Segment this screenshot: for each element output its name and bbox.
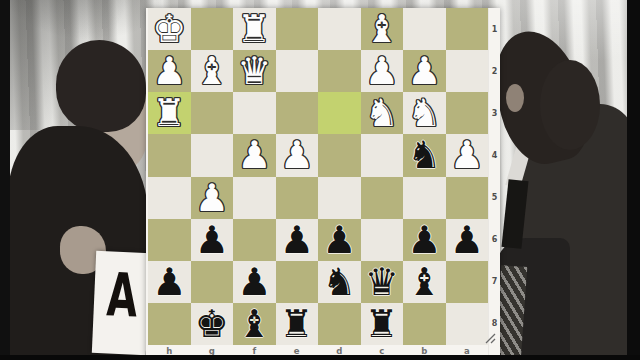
rank-label-2: 2: [489, 50, 500, 92]
piece-white-bishop[interactable]: ♝: [195, 52, 229, 90]
nameplate-letter: A: [104, 271, 137, 354]
piece-white-bishop[interactable]: ♝: [365, 10, 399, 48]
square-f6[interactable]: [233, 219, 276, 261]
square-e1[interactable]: [276, 8, 319, 50]
square-a2[interactable]: [446, 50, 489, 92]
letterbox-bottom: [0, 355, 640, 360]
chess-board-widget: ♚♜♝♟♝♛♟♟♜♞♞♟♟♞♟♟♟♟♟♟♟♟♟♞♛♝♚♝♜♜ 12345678 …: [146, 8, 500, 356]
piece-black-knight[interactable]: ♞: [407, 136, 441, 174]
piece-white-pawn[interactable]: ♟: [365, 52, 399, 90]
square-f1[interactable]: ♜: [233, 8, 276, 50]
square-e3[interactable]: [276, 92, 319, 134]
piece-black-queen[interactable]: ♛: [365, 263, 399, 301]
piece-white-knight[interactable]: ♞: [365, 94, 399, 132]
piece-black-knight[interactable]: ♞: [322, 263, 356, 301]
square-c6[interactable]: [361, 219, 404, 261]
square-e5[interactable]: [276, 177, 319, 219]
letterbox-left: [0, 0, 10, 360]
rank-label-6: 6: [489, 219, 500, 261]
rank-label-4: 4: [489, 134, 500, 176]
square-a3[interactable]: [446, 92, 489, 134]
square-c3[interactable]: ♞: [361, 92, 404, 134]
square-f4[interactable]: ♟: [233, 134, 276, 176]
square-d3[interactable]: [318, 92, 361, 134]
square-a4[interactable]: ♟: [446, 134, 489, 176]
square-h4[interactable]: [148, 134, 191, 176]
square-g3[interactable]: [191, 92, 234, 134]
square-h6[interactable]: [148, 219, 191, 261]
piece-black-pawn[interactable]: ♟: [237, 263, 271, 301]
square-e6[interactable]: ♟: [276, 219, 319, 261]
square-d7[interactable]: ♞: [318, 261, 361, 303]
square-g1[interactable]: [191, 8, 234, 50]
square-c7[interactable]: ♛: [361, 261, 404, 303]
square-g5[interactable]: ♟: [191, 177, 234, 219]
square-a8[interactable]: [446, 303, 489, 345]
piece-black-pawn[interactable]: ♟: [195, 221, 229, 259]
piece-white-rook[interactable]: ♜: [237, 10, 271, 48]
square-f5[interactable]: [233, 177, 276, 219]
piece-white-pawn[interactable]: ♟: [407, 52, 441, 90]
square-c8[interactable]: ♜: [361, 303, 404, 345]
square-b4[interactable]: ♞: [403, 134, 446, 176]
piece-white-king[interactable]: ♚: [152, 10, 186, 48]
right-player-ear: [506, 84, 524, 112]
rank-coordinates: 12345678: [488, 8, 500, 356]
square-h1[interactable]: ♚: [148, 8, 191, 50]
piece-black-bishop[interactable]: ♝: [407, 263, 441, 301]
piece-white-pawn[interactable]: ♟: [195, 179, 229, 217]
right-player-hair-back: [540, 60, 600, 150]
square-g6[interactable]: ♟: [191, 219, 234, 261]
square-f2[interactable]: ♛: [233, 50, 276, 92]
square-b1[interactable]: [403, 8, 446, 50]
square-g7[interactable]: [191, 261, 234, 303]
square-b5[interactable]: [403, 177, 446, 219]
video-frame: A ♚♜♝♟♝♛♟♟♜♞♞♟♟♞♟♟♟♟♟♟♟♟♟♞♛♝♚♝♜♜ 1234567…: [0, 0, 640, 360]
piece-white-pawn[interactable]: ♟: [450, 136, 484, 174]
square-c5[interactable]: [361, 177, 404, 219]
left-player-hair: [56, 40, 146, 132]
piece-white-queen[interactable]: ♛: [237, 52, 271, 90]
square-b6[interactable]: ♟: [403, 219, 446, 261]
square-e2[interactable]: [276, 50, 319, 92]
piece-white-pawn[interactable]: ♟: [152, 52, 186, 90]
square-d6[interactable]: ♟: [318, 219, 361, 261]
piece-black-pawn[interactable]: ♟: [280, 221, 314, 259]
square-a5[interactable]: [446, 177, 489, 219]
square-d4[interactable]: [318, 134, 361, 176]
square-g2[interactable]: ♝: [191, 50, 234, 92]
piece-black-pawn[interactable]: ♟: [407, 221, 441, 259]
square-a6[interactable]: ♟: [446, 219, 489, 261]
nameplate: A: [92, 251, 150, 355]
square-g8[interactable]: ♚: [191, 303, 234, 345]
square-a1[interactable]: [446, 8, 489, 50]
piece-white-rook[interactable]: ♜: [152, 94, 186, 132]
square-h5[interactable]: [148, 177, 191, 219]
rank-label-7: 7: [489, 261, 500, 303]
square-b2[interactable]: ♟: [403, 50, 446, 92]
square-d2[interactable]: [318, 50, 361, 92]
square-b7[interactable]: ♝: [403, 261, 446, 303]
piece-black-rook[interactable]: ♜: [365, 305, 399, 343]
square-d8[interactable]: [318, 303, 361, 345]
piece-white-pawn[interactable]: ♟: [280, 136, 314, 174]
square-h7[interactable]: ♟: [148, 261, 191, 303]
square-d5[interactable]: [318, 177, 361, 219]
piece-black-rook[interactable]: ♜: [280, 305, 314, 343]
square-h2[interactable]: ♟: [148, 50, 191, 92]
square-c1[interactable]: ♝: [361, 8, 404, 50]
piece-black-king[interactable]: ♚: [195, 305, 229, 343]
square-b3[interactable]: ♞: [403, 92, 446, 134]
square-h3[interactable]: ♜: [148, 92, 191, 134]
resize-handle-icon[interactable]: [483, 331, 497, 345]
rank-label-5: 5: [489, 177, 500, 219]
square-c4[interactable]: [361, 134, 404, 176]
piece-black-bishop[interactable]: ♝: [237, 305, 271, 343]
square-g4[interactable]: [191, 134, 234, 176]
piece-black-pawn[interactable]: ♟: [322, 221, 356, 259]
square-e7[interactable]: [276, 261, 319, 303]
piece-black-pawn[interactable]: ♟: [152, 263, 186, 301]
chess-board[interactable]: ♚♜♝♟♝♛♟♟♜♞♞♟♟♞♟♟♟♟♟♟♟♟♟♞♛♝♚♝♜♜: [148, 8, 488, 345]
rank-label-3: 3: [489, 92, 500, 134]
square-a7[interactable]: [446, 261, 489, 303]
square-b8[interactable]: [403, 303, 446, 345]
piece-white-pawn[interactable]: ♟: [237, 136, 271, 174]
piece-black-pawn[interactable]: ♟: [450, 221, 484, 259]
rank-label-1: 1: [489, 8, 500, 50]
letterbox-right: [627, 0, 640, 360]
square-f8[interactable]: ♝: [233, 303, 276, 345]
square-h8[interactable]: [148, 303, 191, 345]
square-e8[interactable]: ♜: [276, 303, 319, 345]
square-f7[interactable]: ♟: [233, 261, 276, 303]
square-c2[interactable]: ♟: [361, 50, 404, 92]
square-d1[interactable]: [318, 8, 361, 50]
square-e4[interactable]: ♟: [276, 134, 319, 176]
piece-white-knight[interactable]: ♞: [407, 94, 441, 132]
square-f3[interactable]: [233, 92, 276, 134]
